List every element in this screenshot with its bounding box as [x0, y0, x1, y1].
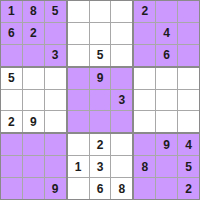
- cell-r4c7-empty[interactable]: [134, 68, 155, 89]
- cell-r7c2-empty[interactable]: [23, 134, 44, 155]
- box-3: 246: [134, 1, 199, 66]
- box-4: 529: [1, 68, 66, 133]
- cell-r9c4-empty[interactable]: [68, 178, 89, 199]
- cell-r6c3-empty[interactable]: [45, 111, 66, 132]
- cell-r3c5-given: 5: [90, 45, 111, 66]
- cell-r3c1-empty[interactable]: [1, 45, 22, 66]
- box-7: 9: [1, 134, 66, 199]
- cell-r2c1-given: 6: [1, 23, 22, 44]
- cell-r6c7-empty[interactable]: [134, 111, 155, 132]
- box-9: 94852: [134, 134, 199, 199]
- cell-r3c9-empty[interactable]: [178, 45, 199, 66]
- cell-r1c2-given: 8: [23, 1, 44, 22]
- cell-r5c4-empty[interactable]: [68, 90, 89, 111]
- cell-r1c1-given: 1: [1, 1, 22, 22]
- cell-r7c1-empty[interactable]: [1, 134, 22, 155]
- cell-r4c8-empty[interactable]: [156, 68, 177, 89]
- box-5: 93: [68, 68, 133, 133]
- cell-r4c1-given: 5: [1, 68, 22, 89]
- cell-r6c2-given: 9: [23, 111, 44, 132]
- cell-r3c7-empty[interactable]: [134, 45, 155, 66]
- box-2: 5: [68, 1, 133, 66]
- cell-r9c6-given: 8: [111, 178, 132, 199]
- cell-r8c5-given: 3: [90, 156, 111, 177]
- cell-r2c8-given: 4: [156, 23, 177, 44]
- cell-r8c1-empty[interactable]: [1, 156, 22, 177]
- cell-r2c7-empty[interactable]: [134, 23, 155, 44]
- cell-r1c9-empty[interactable]: [178, 1, 199, 22]
- cell-r8c4-given: 1: [68, 156, 89, 177]
- cell-r8c3-empty[interactable]: [45, 156, 66, 177]
- cell-r6c8-empty[interactable]: [156, 111, 177, 132]
- cell-r6c9-empty[interactable]: [178, 111, 199, 132]
- cell-r7c4-empty[interactable]: [68, 134, 89, 155]
- cell-r4c5-given: 9: [90, 68, 111, 89]
- cell-r1c4-empty[interactable]: [68, 1, 89, 22]
- cell-r5c9-empty[interactable]: [178, 90, 199, 111]
- cell-r2c4-empty[interactable]: [68, 23, 89, 44]
- cell-r7c7-empty[interactable]: [134, 134, 155, 155]
- cell-r5c6-given: 3: [111, 90, 132, 111]
- cell-r8c6-empty[interactable]: [111, 156, 132, 177]
- cell-r1c5-empty[interactable]: [90, 1, 111, 22]
- cell-r3c4-empty[interactable]: [68, 45, 89, 66]
- cell-r9c2-empty[interactable]: [23, 178, 44, 199]
- cell-r8c7-given: 8: [134, 156, 155, 177]
- cell-r6c5-empty[interactable]: [90, 111, 111, 132]
- cell-r7c6-empty[interactable]: [111, 134, 132, 155]
- cell-r3c3-given: 3: [45, 45, 66, 66]
- cell-r4c6-empty[interactable]: [111, 68, 132, 89]
- cell-r6c4-empty[interactable]: [68, 111, 89, 132]
- cell-r8c9-given: 5: [178, 156, 199, 177]
- cell-r8c8-empty[interactable]: [156, 156, 177, 177]
- box-1: 185623: [1, 1, 66, 66]
- sudoku-board: 18562352465299392136894852: [0, 0, 200, 200]
- cell-r2c6-empty[interactable]: [111, 23, 132, 44]
- cell-r1c3-given: 5: [45, 1, 66, 22]
- cell-r9c3-given: 9: [45, 178, 66, 199]
- cell-r2c2-given: 2: [23, 23, 44, 44]
- cell-r7c8-given: 9: [156, 134, 177, 155]
- box-6: [134, 68, 199, 133]
- cell-r3c2-empty[interactable]: [23, 45, 44, 66]
- cell-r9c5-given: 6: [90, 178, 111, 199]
- cell-r3c6-empty[interactable]: [111, 45, 132, 66]
- cell-r5c5-empty[interactable]: [90, 90, 111, 111]
- cell-r4c4-empty[interactable]: [68, 68, 89, 89]
- cell-r6c1-given: 2: [1, 111, 22, 132]
- cell-r3c8-given: 6: [156, 45, 177, 66]
- cell-r7c5-given: 2: [90, 134, 111, 155]
- cell-r1c6-empty[interactable]: [111, 1, 132, 22]
- box-8: 21368: [68, 134, 133, 199]
- cell-r1c8-empty[interactable]: [156, 1, 177, 22]
- cell-r9c9-given: 2: [178, 178, 199, 199]
- cell-r6c6-empty[interactable]: [111, 111, 132, 132]
- cell-r5c3-empty[interactable]: [45, 90, 66, 111]
- cell-r2c5-empty[interactable]: [90, 23, 111, 44]
- cell-r2c3-empty[interactable]: [45, 23, 66, 44]
- cell-r9c8-empty[interactable]: [156, 178, 177, 199]
- cell-r5c7-empty[interactable]: [134, 90, 155, 111]
- cell-r8c2-empty[interactable]: [23, 156, 44, 177]
- cell-r7c9-given: 4: [178, 134, 199, 155]
- cell-r4c2-empty[interactable]: [23, 68, 44, 89]
- cell-r7c3-empty[interactable]: [45, 134, 66, 155]
- cell-r1c7-given: 2: [134, 1, 155, 22]
- cell-r4c3-empty[interactable]: [45, 68, 66, 89]
- cell-r4c9-empty[interactable]: [178, 68, 199, 89]
- cell-r2c9-empty[interactable]: [178, 23, 199, 44]
- cell-r5c2-empty[interactable]: [23, 90, 44, 111]
- cell-r9c1-empty[interactable]: [1, 178, 22, 199]
- cell-r5c8-empty[interactable]: [156, 90, 177, 111]
- cell-r9c7-empty[interactable]: [134, 178, 155, 199]
- cell-r5c1-empty[interactable]: [1, 90, 22, 111]
